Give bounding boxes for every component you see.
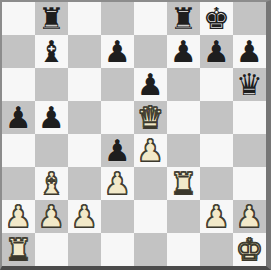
square-g4[interactable] — [200, 134, 233, 167]
square-b2[interactable]: ♟ — [35, 200, 68, 233]
square-d3[interactable]: ♟ — [101, 167, 134, 200]
piece-white-rook: ♜ — [170, 169, 197, 199]
piece-black-pawn: ♟ — [104, 136, 131, 166]
piece-black-queen: ♛ — [236, 70, 263, 100]
square-e5[interactable]: ♛ — [134, 101, 167, 134]
square-g3[interactable] — [200, 167, 233, 200]
square-g2[interactable]: ♟ — [200, 200, 233, 233]
piece-white-pawn: ♟ — [137, 136, 164, 166]
square-d6[interactable] — [101, 68, 134, 101]
piece-white-pawn: ♟ — [203, 202, 230, 232]
square-f1[interactable] — [167, 233, 200, 266]
square-a5[interactable]: ♟ — [2, 101, 35, 134]
square-h5[interactable] — [233, 101, 266, 134]
square-e2[interactable] — [134, 200, 167, 233]
piece-white-pawn: ♟ — [5, 202, 32, 232]
square-a4[interactable] — [2, 134, 35, 167]
square-a6[interactable] — [2, 68, 35, 101]
square-f3[interactable]: ♜ — [167, 167, 200, 200]
piece-black-rook: ♜ — [170, 4, 197, 34]
square-c5[interactable] — [68, 101, 101, 134]
piece-black-pawn: ♟ — [236, 37, 263, 67]
chess-board: ♜♜♚♝♟♟♟♟♟♛♟♟♛♟♟♝♟♜♟♟♟♟♟♜♚ — [0, 0, 271, 270]
square-a2[interactable]: ♟ — [2, 200, 35, 233]
square-d5[interactable] — [101, 101, 134, 134]
square-h2[interactable]: ♟ — [233, 200, 266, 233]
square-e3[interactable] — [134, 167, 167, 200]
square-a7[interactable] — [2, 35, 35, 68]
square-e4[interactable]: ♟ — [134, 134, 167, 167]
square-h8[interactable] — [233, 2, 266, 35]
square-h1[interactable]: ♚ — [233, 233, 266, 266]
piece-white-queen: ♛ — [137, 103, 164, 133]
square-b3[interactable]: ♝ — [35, 167, 68, 200]
square-b5[interactable]: ♟ — [35, 101, 68, 134]
square-d4[interactable]: ♟ — [101, 134, 134, 167]
square-c4[interactable] — [68, 134, 101, 167]
square-e7[interactable] — [134, 35, 167, 68]
square-f6[interactable] — [167, 68, 200, 101]
square-c7[interactable] — [68, 35, 101, 68]
square-f4[interactable] — [167, 134, 200, 167]
square-c2[interactable]: ♟ — [68, 200, 101, 233]
piece-black-pawn: ♟ — [203, 37, 230, 67]
square-b7[interactable]: ♝ — [35, 35, 68, 68]
piece-black-bishop: ♝ — [38, 37, 65, 67]
piece-white-pawn: ♟ — [104, 169, 131, 199]
square-b4[interactable] — [35, 134, 68, 167]
square-c8[interactable] — [68, 2, 101, 35]
square-d7[interactable]: ♟ — [101, 35, 134, 68]
square-f7[interactable]: ♟ — [167, 35, 200, 68]
square-f2[interactable] — [167, 200, 200, 233]
square-a1[interactable]: ♜ — [2, 233, 35, 266]
square-g6[interactable] — [200, 68, 233, 101]
square-g8[interactable]: ♚ — [200, 2, 233, 35]
square-h6[interactable]: ♛ — [233, 68, 266, 101]
square-g7[interactable]: ♟ — [200, 35, 233, 68]
square-e8[interactable] — [134, 2, 167, 35]
square-h7[interactable]: ♟ — [233, 35, 266, 68]
square-d2[interactable] — [101, 200, 134, 233]
piece-black-pawn: ♟ — [38, 103, 65, 133]
square-e1[interactable] — [134, 233, 167, 266]
piece-white-pawn: ♟ — [236, 202, 263, 232]
piece-black-pawn: ♟ — [170, 37, 197, 67]
square-a3[interactable] — [2, 167, 35, 200]
square-e6[interactable]: ♟ — [134, 68, 167, 101]
square-c6[interactable] — [68, 68, 101, 101]
piece-black-pawn: ♟ — [104, 37, 131, 67]
square-d1[interactable] — [101, 233, 134, 266]
square-d8[interactable] — [101, 2, 134, 35]
square-h4[interactable] — [233, 134, 266, 167]
square-a8[interactable] — [2, 2, 35, 35]
piece-black-pawn: ♟ — [137, 70, 164, 100]
piece-white-bishop: ♝ — [38, 169, 65, 199]
square-c1[interactable] — [68, 233, 101, 266]
piece-white-rook: ♜ — [5, 235, 32, 265]
square-b8[interactable]: ♜ — [35, 2, 68, 35]
square-g1[interactable] — [200, 233, 233, 266]
square-f8[interactable]: ♜ — [167, 2, 200, 35]
square-g5[interactable] — [200, 101, 233, 134]
square-b6[interactable] — [35, 68, 68, 101]
square-h3[interactable] — [233, 167, 266, 200]
piece-black-king: ♚ — [203, 4, 230, 34]
piece-white-pawn: ♟ — [71, 202, 98, 232]
square-b1[interactable] — [35, 233, 68, 266]
square-c3[interactable] — [68, 167, 101, 200]
piece-black-pawn: ♟ — [5, 103, 32, 133]
piece-black-rook: ♜ — [38, 4, 65, 34]
piece-white-pawn: ♟ — [38, 202, 65, 232]
square-f5[interactable] — [167, 101, 200, 134]
piece-white-king: ♚ — [236, 235, 263, 265]
